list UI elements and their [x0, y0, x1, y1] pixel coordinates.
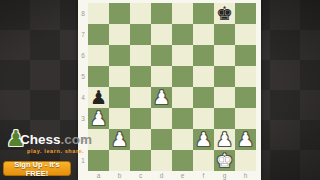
white-pawn: ♟ — [111, 129, 128, 150]
square-g8: ♚ — [214, 3, 235, 24]
square-h6 — [235, 45, 256, 66]
sign-up-button[interactable]: Sign Up - It's FREE! — [3, 161, 71, 176]
rank-label-4: 4 — [78, 87, 88, 108]
square-d3 — [151, 108, 172, 129]
square-b7 — [109, 24, 130, 45]
square-f8 — [193, 3, 214, 24]
square-b5 — [109, 66, 130, 87]
square-g1: ♚ — [214, 150, 235, 171]
square-e8 — [172, 3, 193, 24]
file-label-f: f — [193, 171, 214, 180]
white-pawn: ♟ — [237, 129, 254, 150]
white-pawn: ♟ — [153, 87, 170, 108]
black-king: ♚ — [216, 3, 233, 24]
file-label-c: c — [130, 171, 151, 180]
black-pawn: ♟ — [90, 87, 107, 108]
square-f6 — [193, 45, 214, 66]
board-grid: ♚♟♟♟♟♟♟♟♚ — [88, 3, 256, 171]
square-g2: ♟ — [214, 129, 235, 150]
square-d8 — [151, 3, 172, 24]
white-pawn: ♟ — [216, 129, 233, 150]
square-e1 — [172, 150, 193, 171]
square-b4 — [109, 87, 130, 108]
square-h5 — [235, 66, 256, 87]
white-pawn: ♟ — [195, 129, 212, 150]
square-e4 — [172, 87, 193, 108]
rank-label-8: 8 — [78, 3, 88, 24]
square-a8 — [88, 3, 109, 24]
square-f3 — [193, 108, 214, 129]
square-c5 — [130, 66, 151, 87]
square-h3 — [235, 108, 256, 129]
square-e3 — [172, 108, 193, 129]
white-king: ♚ — [216, 150, 233, 171]
square-g6 — [214, 45, 235, 66]
brand-name: Chess — [20, 132, 61, 147]
white-pawn: ♟ — [90, 108, 107, 129]
rank-label-5: 5 — [78, 66, 88, 87]
square-e5 — [172, 66, 193, 87]
square-d1 — [151, 150, 172, 171]
brand-tld: .com — [61, 132, 93, 147]
square-h4 — [235, 87, 256, 108]
square-d7 — [151, 24, 172, 45]
square-b3 — [109, 108, 130, 129]
square-d4: ♟ — [151, 87, 172, 108]
square-f4 — [193, 87, 214, 108]
square-h8 — [235, 3, 256, 24]
square-c6 — [130, 45, 151, 66]
square-c2 — [130, 129, 151, 150]
square-d6 — [151, 45, 172, 66]
file-label-h: h — [235, 171, 256, 180]
square-a6 — [88, 45, 109, 66]
square-d5 — [151, 66, 172, 87]
square-g5 — [214, 66, 235, 87]
chesscom-logo: Chess.com — [20, 132, 92, 147]
square-f1 — [193, 150, 214, 171]
rank-label-7: 7 — [78, 24, 88, 45]
square-e2 — [172, 129, 193, 150]
square-b8 — [109, 3, 130, 24]
square-b1 — [109, 150, 130, 171]
rank-label-6: 6 — [78, 45, 88, 66]
square-a7 — [88, 24, 109, 45]
square-e6 — [172, 45, 193, 66]
square-e7 — [172, 24, 193, 45]
square-c3 — [130, 108, 151, 129]
square-h7 — [235, 24, 256, 45]
file-label-d: d — [151, 171, 172, 180]
rank-label-3: 3 — [78, 108, 88, 129]
square-b2: ♟ — [109, 129, 130, 150]
file-labels: abcdefgh — [88, 171, 256, 180]
square-f5 — [193, 66, 214, 87]
file-label-g: g — [214, 171, 235, 180]
square-g4 — [214, 87, 235, 108]
video-frame: 87654321 ♚♟♟♟♟♟♟♟♚ abcdefgh ♟ Chess.com … — [0, 0, 320, 180]
file-label-b: b — [109, 171, 130, 180]
square-f7 — [193, 24, 214, 45]
square-a4: ♟ — [88, 87, 109, 108]
square-g3 — [214, 108, 235, 129]
square-c7 — [130, 24, 151, 45]
square-h2: ♟ — [235, 129, 256, 150]
square-c4 — [130, 87, 151, 108]
square-g7 — [214, 24, 235, 45]
file-label-e: e — [172, 171, 193, 180]
square-c8 — [130, 3, 151, 24]
square-d2 — [151, 129, 172, 150]
square-b6 — [109, 45, 130, 66]
file-label-a: a — [88, 171, 109, 180]
brand-tagline: play. learn. share. — [27, 148, 84, 154]
square-f2: ♟ — [193, 129, 214, 150]
square-a1 — [88, 150, 109, 171]
square-c1 — [130, 150, 151, 171]
chess-board-panel: 87654321 ♚♟♟♟♟♟♟♟♚ abcdefgh — [78, 0, 261, 180]
square-a3: ♟ — [88, 108, 109, 129]
square-h1 — [235, 150, 256, 171]
square-a5 — [88, 66, 109, 87]
